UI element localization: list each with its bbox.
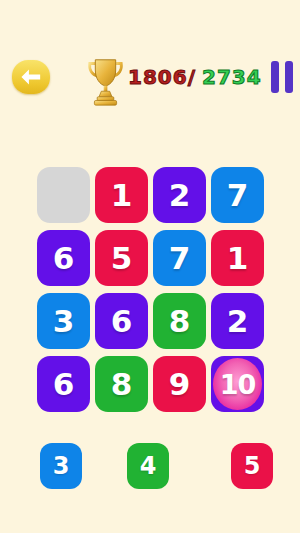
tile-value: 7	[227, 177, 249, 213]
board-tile-r2c1[interactable]: 6	[95, 293, 148, 349]
tile-value: 1	[111, 177, 133, 213]
trophy-icon	[87, 57, 124, 107]
tile-value: 10	[220, 369, 256, 400]
tile-value: 1	[227, 240, 249, 276]
tile-value: 8	[169, 303, 191, 339]
back-button[interactable]	[12, 60, 50, 94]
tile-value: 7	[169, 240, 191, 276]
board-tile-r3c2[interactable]: 9	[153, 356, 206, 412]
tile-value: 6	[111, 303, 133, 339]
board-tile-r1c2[interactable]: 7	[153, 230, 206, 286]
board-tile-r1c0[interactable]: 6	[37, 230, 90, 286]
board-tile-r1c3[interactable]: 1	[211, 230, 264, 286]
board-tile-r1c1[interactable]: 5	[95, 230, 148, 286]
tile-value: 6	[53, 366, 75, 402]
board-tile-r0c3[interactable]: 7	[211, 167, 264, 223]
board-tile-r0c1[interactable]: 1	[95, 167, 148, 223]
board-tile-r0c2[interactable]: 2	[153, 167, 206, 223]
board-tile-r2c3[interactable]: 2	[211, 293, 264, 349]
tray-tile-4[interactable]: 4	[127, 443, 169, 489]
tray-tile-3[interactable]: 3	[40, 443, 82, 489]
tile-value: 6	[53, 240, 75, 276]
tile-value: 8	[111, 366, 133, 402]
score-target: 2734	[202, 65, 262, 89]
tile-value: 5	[111, 240, 133, 276]
board-tile-r3c1[interactable]: 8	[95, 356, 148, 412]
board-grid: 1276571368268910	[37, 167, 264, 412]
score-display: 1806/2734	[128, 63, 262, 91]
tile-value: 3	[53, 303, 75, 339]
tile-value: 9	[169, 366, 191, 402]
tray-tile-5[interactable]: 5	[231, 443, 273, 489]
pause-icon	[285, 61, 293, 93]
board-tile-r2c2[interactable]: 8	[153, 293, 206, 349]
board-tile-r3c0[interactable]: 6	[37, 356, 90, 412]
arrow-left-icon	[21, 69, 41, 85]
tile-value: 2	[227, 303, 249, 339]
board-tile-r2c0[interactable]: 3	[37, 293, 90, 349]
pause-icon	[271, 61, 279, 93]
pause-button[interactable]	[271, 61, 293, 93]
board-empty-r0c0	[37, 167, 90, 223]
board-tile-r3c3[interactable]: 10	[211, 356, 264, 412]
game-screen: { "game": "number-merge-puzzle (drag adj…	[0, 0, 300, 533]
tile-value: 2	[169, 177, 191, 213]
score-current: 1806/	[128, 65, 196, 89]
